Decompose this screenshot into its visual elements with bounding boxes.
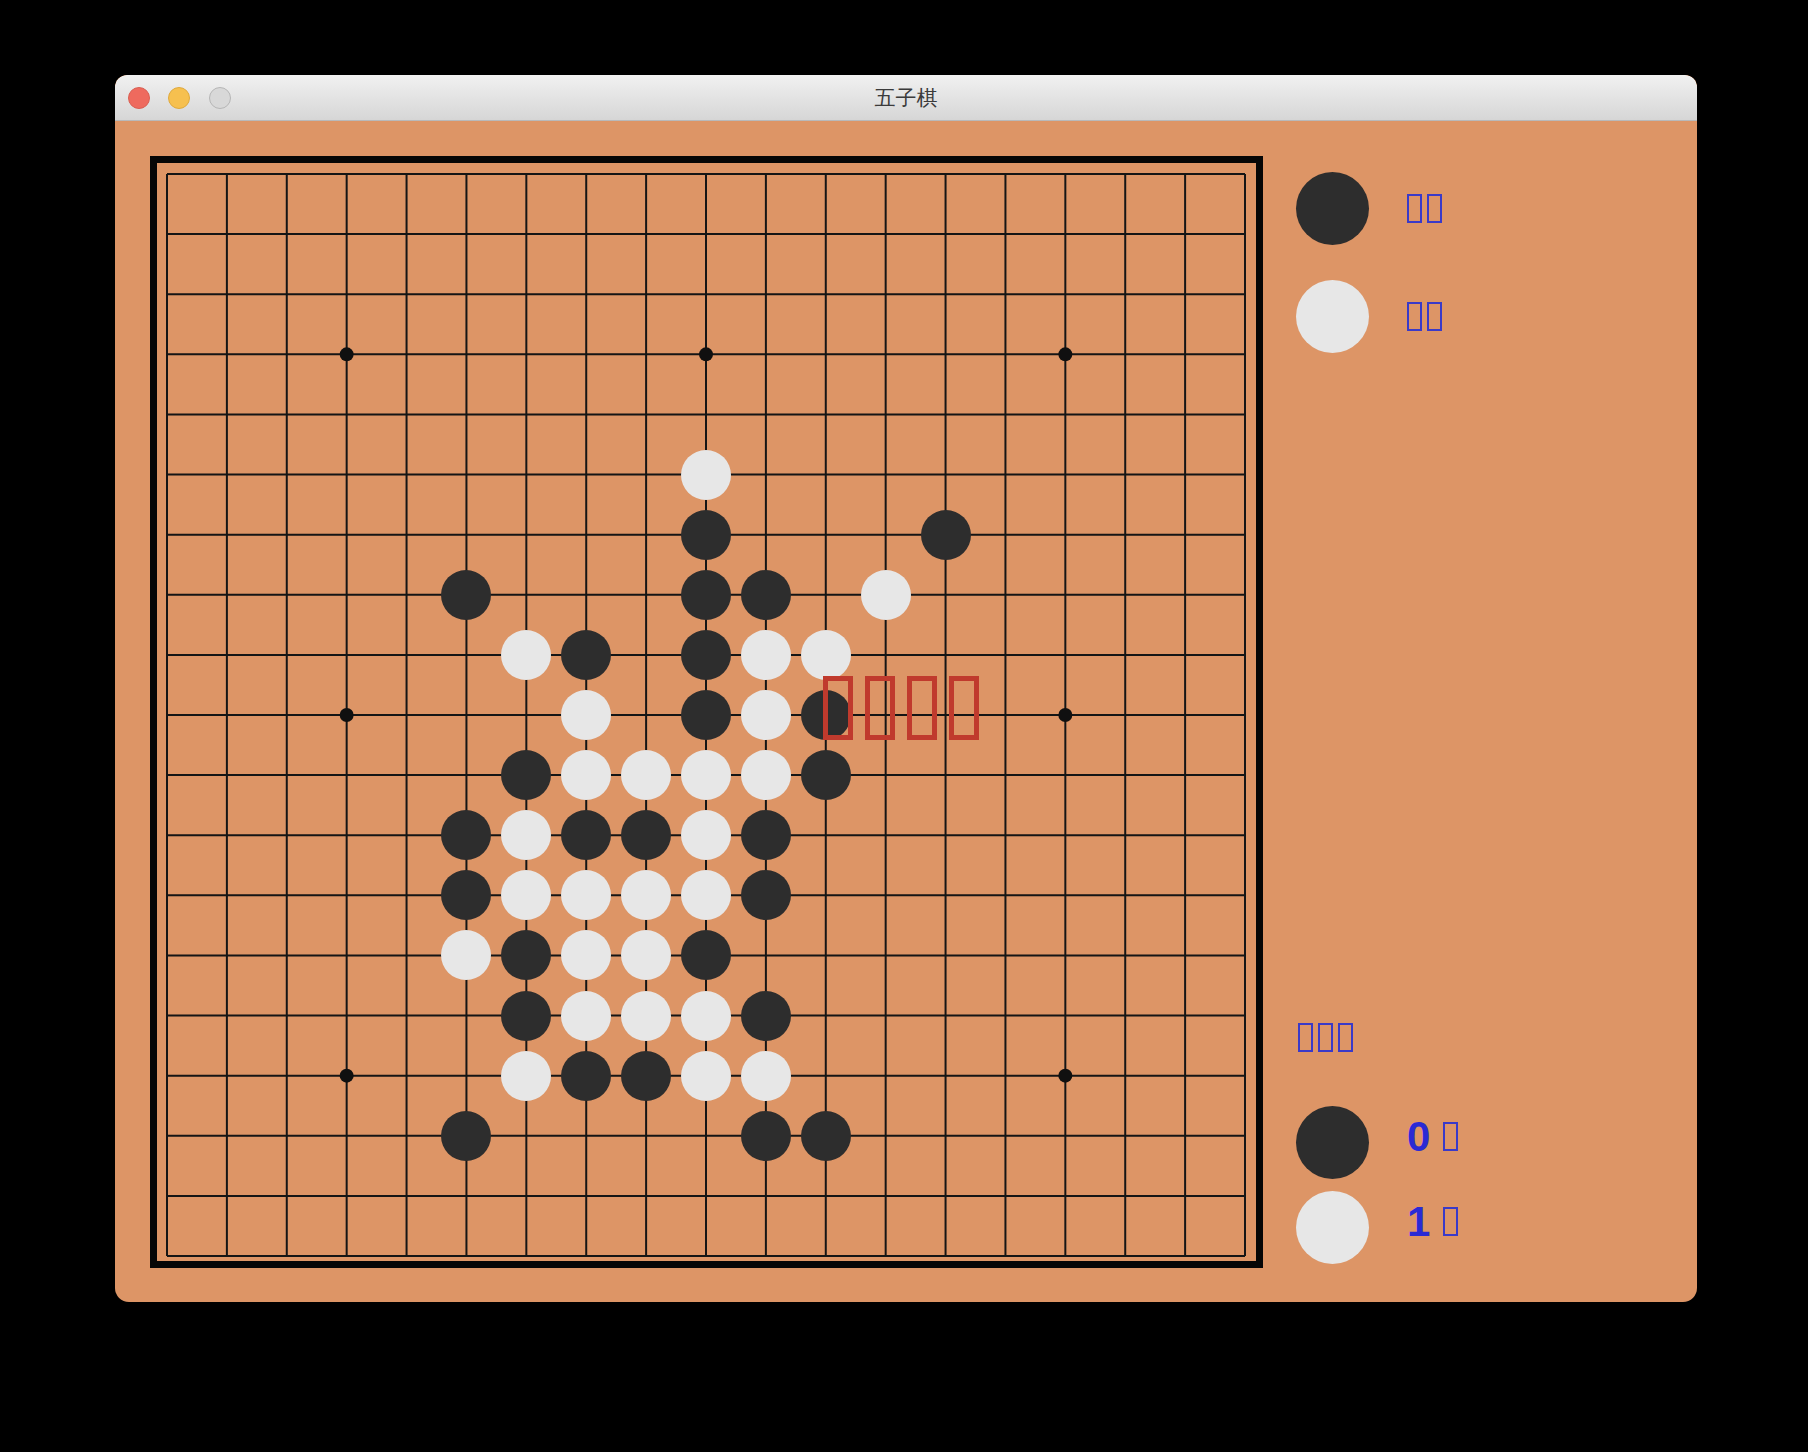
white-stone (561, 690, 611, 740)
white-stone (621, 991, 671, 1041)
missing-glyph-box (1443, 1122, 1458, 1151)
white-stone (681, 991, 731, 1041)
white-score-value: 1 (1407, 1201, 1430, 1243)
missing-glyph-box (865, 676, 895, 740)
black-stone (741, 1111, 791, 1161)
window-title: 五子棋 (115, 75, 1697, 120)
missing-glyph-box (1318, 1023, 1333, 1052)
black-stone (441, 1111, 491, 1161)
black-stone (741, 810, 791, 860)
white-stone-icon (1296, 280, 1369, 353)
white-stone (501, 1051, 551, 1101)
black-stone (621, 1051, 671, 1101)
white-stone (861, 570, 911, 620)
white-stone (681, 750, 731, 800)
white-stone (681, 870, 731, 920)
white-player-label (1407, 302, 1442, 331)
black-stone (681, 510, 731, 560)
black-score-value: 0 (1407, 1116, 1430, 1158)
missing-glyph-box (1407, 302, 1422, 331)
white-stone (801, 630, 851, 680)
black-stone (801, 750, 851, 800)
white-stone (561, 750, 611, 800)
score-header (1298, 1023, 1353, 1052)
missing-glyph-box (1298, 1023, 1313, 1052)
white-stone-icon (1296, 1191, 1369, 1264)
window-titlebar[interactable]: 五子棋 (115, 75, 1697, 121)
white-stone (501, 630, 551, 680)
goban-board[interactable] (166, 173, 1246, 1257)
white-stone (681, 810, 731, 860)
missing-glyph-box (1427, 194, 1442, 223)
missing-glyph-box (1338, 1023, 1353, 1052)
black-stone (561, 630, 611, 680)
black-stone (741, 991, 791, 1041)
gomoku-window: 五子棋 0 1 (115, 75, 1697, 1302)
black-stone (801, 1111, 851, 1161)
black-stone (741, 570, 791, 620)
black-stone (681, 690, 731, 740)
black-stone (621, 810, 671, 860)
missing-glyph-box (1443, 1207, 1458, 1236)
missing-glyph-box (1407, 194, 1422, 223)
missing-glyph-box (949, 676, 979, 740)
black-stone (681, 570, 731, 620)
black-stone (741, 870, 791, 920)
win-message (823, 676, 979, 740)
white-stone (561, 991, 611, 1041)
black-player-label (1407, 194, 1442, 223)
black-score-row: 0 (1296, 1106, 1458, 1179)
missing-glyph-box (1427, 302, 1442, 331)
white-stone (681, 1051, 731, 1101)
missing-glyph-box (907, 676, 937, 740)
white-score-suffix (1443, 1207, 1458, 1236)
black-score: 0 (1407, 1116, 1458, 1158)
black-score-suffix (1443, 1122, 1458, 1151)
white-player-legend (1296, 280, 1442, 353)
white-stone (741, 630, 791, 680)
screenshot-canvas: 五子棋 0 1 (0, 0, 1808, 1452)
black-stone (441, 570, 491, 620)
white-stone (741, 690, 791, 740)
missing-glyph-box (823, 676, 853, 740)
white-stone (741, 750, 791, 800)
white-stone (681, 450, 731, 500)
black-stone (921, 510, 971, 560)
black-stone (501, 991, 551, 1041)
white-stone (621, 750, 671, 800)
white-score: 1 (1407, 1201, 1458, 1243)
black-stone (561, 1051, 611, 1101)
black-stone (681, 630, 731, 680)
black-stone-icon (1296, 172, 1369, 245)
black-player-legend (1296, 172, 1442, 245)
white-score-row: 1 (1296, 1191, 1458, 1264)
white-stone (741, 1051, 791, 1101)
black-stone-icon (1296, 1106, 1369, 1179)
